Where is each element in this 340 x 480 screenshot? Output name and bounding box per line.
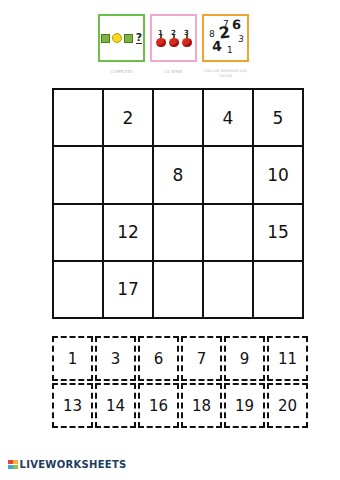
bank-tile-7[interactable]: 7 bbox=[181, 336, 222, 381]
grid-cell-r1c2-given: 2 bbox=[103, 89, 153, 146]
scattered-number: 4 bbox=[211, 39, 222, 54]
liveworksheets-logo-text: LIVEWORKSHEETS bbox=[20, 459, 127, 470]
bank-tile-19[interactable]: 19 bbox=[224, 383, 265, 428]
scattered-number: 3 bbox=[237, 35, 244, 45]
bank-tile-16[interactable]: 16 bbox=[138, 383, 179, 428]
instruction-boxes: ? 123 7682341 bbox=[98, 14, 249, 62]
green-square-icon bbox=[124, 34, 133, 43]
grid-cell-r1c5-given: 5 bbox=[253, 89, 303, 146]
grid-cell-r4c1-blank[interactable] bbox=[53, 261, 103, 318]
apple-count-item: 3 bbox=[182, 30, 192, 47]
grid-cell-r3c3-blank[interactable] bbox=[153, 204, 203, 261]
apple-icon bbox=[169, 38, 179, 47]
grid-cell-r2c4-blank[interactable] bbox=[203, 146, 253, 203]
grid-cell-r3c1-blank[interactable] bbox=[53, 204, 103, 261]
grid-cell-r1c3-blank[interactable] bbox=[153, 89, 203, 146]
grid-cell-r2c5-given: 10 bbox=[253, 146, 303, 203]
bank-tile-14[interactable]: 14 bbox=[95, 383, 136, 428]
liveworksheets-logo-icon bbox=[8, 460, 18, 470]
answer-bank: 1367911131416181920 bbox=[52, 336, 308, 428]
apple-icon bbox=[182, 38, 192, 47]
main-grid: 245810121517 bbox=[52, 88, 304, 319]
bank-tile-13[interactable]: 13 bbox=[52, 383, 93, 428]
pattern-shapes: ? bbox=[101, 33, 142, 44]
grid-cell-r4c2-given: 17 bbox=[103, 261, 153, 318]
scattered-number: 1 bbox=[227, 46, 233, 55]
liveworksheets-logo[interactable]: LIVEWORKSHEETS bbox=[8, 459, 127, 470]
box-captions: COMPLETALA SERIECON LOS NÚMEROS QUE FALT… bbox=[98, 69, 254, 79]
apple-icon bbox=[156, 38, 166, 47]
box-caption: COMPLETA bbox=[98, 69, 145, 79]
grid-cell-r4c5-blank[interactable] bbox=[253, 261, 303, 318]
grid-cell-r2c3-given: 8 bbox=[153, 146, 203, 203]
grid-cell-r1c1-blank[interactable] bbox=[53, 89, 103, 146]
scattered-number: 6 bbox=[232, 18, 242, 32]
grid-cell-r4c4-blank[interactable] bbox=[203, 261, 253, 318]
bank-tile-1[interactable]: 1 bbox=[52, 336, 93, 381]
worksheet-page: ? 123 7682341 COMPLETALA SERIECON LOS NÚ… bbox=[0, 0, 340, 480]
yellow-circle-icon bbox=[112, 33, 122, 43]
grid-cell-r3c2-given: 12 bbox=[103, 204, 153, 261]
bank-tile-18[interactable]: 18 bbox=[181, 383, 222, 428]
bank-tile-11[interactable]: 11 bbox=[267, 336, 308, 381]
grid-cell-r3c5-given: 15 bbox=[253, 204, 303, 261]
grid-cell-r4c3-blank[interactable] bbox=[153, 261, 203, 318]
bank-tile-9[interactable]: 9 bbox=[224, 336, 265, 381]
apple-count-item: 1 bbox=[156, 30, 166, 47]
box-caption: CON LOS NÚMEROS QUE FALTAN bbox=[202, 69, 249, 79]
scattered-numbers-box: 7682341 bbox=[202, 14, 249, 62]
box-caption: LA SERIE bbox=[150, 69, 197, 79]
apple-count-row: 123 bbox=[156, 30, 192, 47]
bank-tile-20[interactable]: 20 bbox=[267, 383, 308, 428]
bank-tile-3[interactable]: 3 bbox=[95, 336, 136, 381]
grid-cell-r3c4-blank[interactable] bbox=[203, 204, 253, 261]
question-mark: ? bbox=[136, 33, 142, 44]
grid-cell-r2c2-blank[interactable] bbox=[103, 146, 153, 203]
apple-count-item: 2 bbox=[169, 30, 179, 47]
grid-cell-r2c1-blank[interactable] bbox=[53, 146, 103, 203]
counting-apples-box: 123 bbox=[150, 14, 197, 62]
green-square-icon bbox=[101, 34, 110, 43]
pattern-box: ? bbox=[98, 14, 145, 62]
grid-cell-r1c4-given: 4 bbox=[203, 89, 253, 146]
bank-tile-6[interactable]: 6 bbox=[138, 336, 179, 381]
